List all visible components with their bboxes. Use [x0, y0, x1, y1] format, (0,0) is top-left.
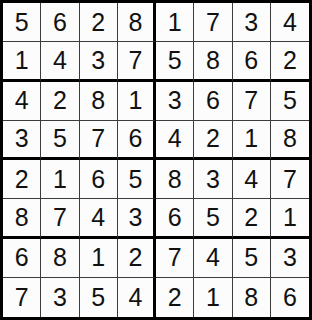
cell-r1c8[interactable]: 4 — [271, 3, 309, 42]
cell-r6c5[interactable]: 6 — [156, 199, 194, 238]
cell-r8c2[interactable]: 3 — [41, 278, 79, 317]
cell-r4c4[interactable]: 6 — [118, 121, 156, 160]
cell-r8c5[interactable]: 2 — [156, 278, 194, 317]
cell-r7c1[interactable]: 6 — [3, 239, 41, 278]
cell-r4c7[interactable]: 1 — [233, 121, 271, 160]
cell-r1c6[interactable]: 7 — [194, 3, 232, 42]
cell-r3c6[interactable]: 6 — [194, 82, 232, 121]
cell-r7c2[interactable]: 8 — [41, 239, 79, 278]
cell-r4c8[interactable]: 8 — [271, 121, 309, 160]
cell-r2c6[interactable]: 8 — [194, 42, 232, 81]
cell-r8c6[interactable]: 1 — [194, 278, 232, 317]
cell-r4c1[interactable]: 3 — [3, 121, 41, 160]
cell-r2c2[interactable]: 4 — [41, 42, 79, 81]
cell-r3c2[interactable]: 2 — [41, 82, 79, 121]
cell-r1c1[interactable]: 5 — [3, 3, 41, 42]
cell-r7c7[interactable]: 5 — [233, 239, 271, 278]
cell-r1c4[interactable]: 8 — [118, 3, 156, 42]
cell-r3c1[interactable]: 4 — [3, 82, 41, 121]
sudoku-board: 5628173414375862428136753576421821658347… — [0, 0, 312, 320]
cell-r1c3[interactable]: 2 — [80, 3, 118, 42]
cell-r8c1[interactable]: 7 — [3, 278, 41, 317]
cell-r2c3[interactable]: 3 — [80, 42, 118, 81]
cell-r6c6[interactable]: 5 — [194, 199, 232, 238]
cell-r5c1[interactable]: 2 — [3, 160, 41, 199]
cell-r5c5[interactable]: 8 — [156, 160, 194, 199]
cell-r1c5[interactable]: 1 — [156, 3, 194, 42]
cell-r2c1[interactable]: 1 — [3, 42, 41, 81]
cell-r1c7[interactable]: 3 — [233, 3, 271, 42]
cell-r7c8[interactable]: 3 — [271, 239, 309, 278]
cell-r7c6[interactable]: 4 — [194, 239, 232, 278]
cell-r5c2[interactable]: 1 — [41, 160, 79, 199]
cell-r6c2[interactable]: 7 — [41, 199, 79, 238]
cell-r7c3[interactable]: 1 — [80, 239, 118, 278]
cell-r6c8[interactable]: 1 — [271, 199, 309, 238]
sudoku-page: 5628173414375862428136753576421821658347… — [0, 0, 312, 320]
cell-r8c3[interactable]: 5 — [80, 278, 118, 317]
cell-r6c3[interactable]: 4 — [80, 199, 118, 238]
cell-r4c2[interactable]: 5 — [41, 121, 79, 160]
cell-r3c4[interactable]: 1 — [118, 82, 156, 121]
cell-r3c7[interactable]: 7 — [233, 82, 271, 121]
cell-r2c8[interactable]: 2 — [271, 42, 309, 81]
cell-r7c5[interactable]: 7 — [156, 239, 194, 278]
cell-r2c7[interactable]: 6 — [233, 42, 271, 81]
cell-r6c1[interactable]: 8 — [3, 199, 41, 238]
cell-r5c6[interactable]: 3 — [194, 160, 232, 199]
cell-r4c6[interactable]: 2 — [194, 121, 232, 160]
cell-r4c5[interactable]: 4 — [156, 121, 194, 160]
cell-r5c4[interactable]: 5 — [118, 160, 156, 199]
cell-r5c8[interactable]: 7 — [271, 160, 309, 199]
cell-r1c2[interactable]: 6 — [41, 3, 79, 42]
cell-r6c7[interactable]: 2 — [233, 199, 271, 238]
cell-r5c7[interactable]: 4 — [233, 160, 271, 199]
cell-r3c5[interactable]: 3 — [156, 82, 194, 121]
cell-r2c4[interactable]: 7 — [118, 42, 156, 81]
cell-r5c3[interactable]: 6 — [80, 160, 118, 199]
cell-r6c4[interactable]: 3 — [118, 199, 156, 238]
cell-r4c3[interactable]: 7 — [80, 121, 118, 160]
cell-r3c3[interactable]: 8 — [80, 82, 118, 121]
cell-r2c5[interactable]: 5 — [156, 42, 194, 81]
cell-r3c8[interactable]: 5 — [271, 82, 309, 121]
cell-r8c7[interactable]: 8 — [233, 278, 271, 317]
cell-r7c4[interactable]: 2 — [118, 239, 156, 278]
cell-r8c4[interactable]: 4 — [118, 278, 156, 317]
cell-r8c8[interactable]: 6 — [271, 278, 309, 317]
